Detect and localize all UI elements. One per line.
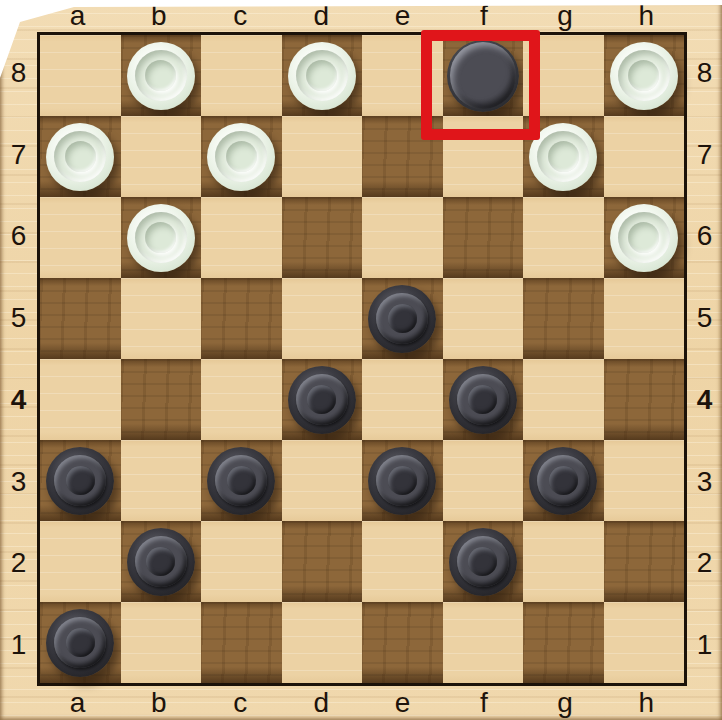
square-g2[interactable]	[523, 521, 604, 602]
black-man-b2[interactable]	[127, 528, 195, 596]
square-a4[interactable]	[40, 359, 121, 440]
file-label-a: a	[37, 686, 118, 720]
square-g8[interactable]	[523, 35, 604, 116]
file-label-d: d	[281, 0, 362, 32]
square-b7[interactable]	[121, 116, 202, 197]
square-h3[interactable]	[604, 440, 685, 521]
square-f3[interactable]	[443, 440, 524, 521]
file-label-h: h	[606, 0, 687, 32]
rank-label-5: 5	[687, 277, 722, 359]
square-g4[interactable]	[523, 359, 604, 440]
square-b2[interactable]	[121, 521, 202, 602]
file-label-b: b	[118, 0, 199, 32]
file-label-e: e	[362, 686, 443, 720]
square-c8[interactable]	[201, 35, 282, 116]
square-h1[interactable]	[604, 602, 685, 683]
square-c4[interactable]	[201, 359, 282, 440]
square-f5[interactable]	[443, 278, 524, 359]
white-man-c7[interactable]	[207, 123, 275, 191]
file-label-d: d	[281, 686, 362, 720]
rank-label-8: 8	[0, 32, 37, 114]
square-e8[interactable]	[362, 35, 443, 116]
square-a7[interactable]	[40, 116, 121, 197]
square-c2[interactable]	[201, 521, 282, 602]
rank-label-3: 3	[687, 441, 722, 523]
square-d2[interactable]	[282, 521, 363, 602]
rank-label-6: 6	[0, 196, 37, 278]
white-man-h6[interactable]	[610, 204, 678, 272]
rank-label-2: 2	[687, 523, 722, 605]
file-labels-bottom: abcdefgh	[37, 686, 687, 720]
checkers-board-grid	[37, 32, 687, 686]
white-man-g7[interactable]	[529, 123, 597, 191]
square-c1[interactable]	[201, 602, 282, 683]
file-label-b: b	[118, 686, 199, 720]
square-g5[interactable]	[523, 278, 604, 359]
square-c6[interactable]	[201, 197, 282, 278]
square-b1[interactable]	[121, 602, 202, 683]
black-man-c3[interactable]	[207, 447, 275, 515]
square-e6[interactable]	[362, 197, 443, 278]
black-man-e3[interactable]	[368, 447, 436, 515]
rank-label-6: 6	[687, 196, 722, 278]
rank-label-3: 3	[0, 441, 37, 523]
square-d3[interactable]	[282, 440, 363, 521]
black-man-a3[interactable]	[46, 447, 114, 515]
file-label-c: c	[200, 0, 281, 32]
square-e7[interactable]	[362, 116, 443, 197]
square-a5[interactable]	[40, 278, 121, 359]
black-man-g3[interactable]	[529, 447, 597, 515]
rank-labels-left: 87654321	[0, 32, 37, 686]
square-a3[interactable]	[40, 440, 121, 521]
square-c3[interactable]	[201, 440, 282, 521]
rank-label-5: 5	[0, 277, 37, 359]
rank-labels-right: 87654321	[687, 32, 722, 686]
white-man-b6[interactable]	[127, 204, 195, 272]
file-label-a: a	[37, 0, 118, 32]
square-g6[interactable]	[523, 197, 604, 278]
square-d7[interactable]	[282, 116, 363, 197]
square-h4[interactable]	[604, 359, 685, 440]
black-man-f4[interactable]	[449, 366, 517, 434]
square-f6[interactable]	[443, 197, 524, 278]
square-a1[interactable]	[40, 602, 121, 683]
black-man-f8[interactable]	[447, 40, 519, 112]
square-c5[interactable]	[201, 278, 282, 359]
square-d8[interactable]	[282, 35, 363, 116]
square-c7[interactable]	[201, 116, 282, 197]
square-a8[interactable]	[40, 35, 121, 116]
black-man-f2[interactable]	[449, 528, 517, 596]
file-label-g: g	[525, 0, 606, 32]
square-e2[interactable]	[362, 521, 443, 602]
white-man-a7[interactable]	[46, 123, 114, 191]
square-h2[interactable]	[604, 521, 685, 602]
square-b5[interactable]	[121, 278, 202, 359]
rank-label-4: 4	[687, 359, 722, 441]
square-f2[interactable]	[443, 521, 524, 602]
square-h7[interactable]	[604, 116, 685, 197]
square-d1[interactable]	[282, 602, 363, 683]
file-label-f: f	[443, 0, 524, 32]
square-e5[interactable]	[362, 278, 443, 359]
square-h8[interactable]	[604, 35, 685, 116]
rank-label-7: 7	[687, 114, 722, 196]
square-e4[interactable]	[362, 359, 443, 440]
rank-label-1: 1	[0, 604, 37, 686]
square-b8[interactable]	[121, 35, 202, 116]
file-label-e: e	[362, 0, 443, 32]
square-a6[interactable]	[40, 197, 121, 278]
white-man-d8[interactable]	[288, 42, 356, 110]
file-label-g: g	[525, 686, 606, 720]
rank-label-2: 2	[0, 523, 37, 605]
file-label-h: h	[606, 686, 687, 720]
square-e1[interactable]	[362, 602, 443, 683]
square-d5[interactable]	[282, 278, 363, 359]
rank-label-1: 1	[687, 604, 722, 686]
square-f1[interactable]	[443, 602, 524, 683]
black-man-e5[interactable]	[368, 285, 436, 353]
rank-label-8: 8	[687, 32, 722, 114]
file-label-c: c	[200, 686, 281, 720]
square-b6[interactable]	[121, 197, 202, 278]
black-man-d4[interactable]	[288, 366, 356, 434]
black-man-a1[interactable]	[46, 609, 114, 677]
square-g3[interactable]	[523, 440, 604, 521]
square-d6[interactable]	[282, 197, 363, 278]
file-labels-top: abcdefgh	[37, 0, 687, 32]
white-man-b8[interactable]	[127, 42, 195, 110]
white-man-h8[interactable]	[610, 42, 678, 110]
square-f8[interactable]	[443, 35, 524, 116]
square-e3[interactable]	[362, 440, 443, 521]
square-b4[interactable]	[121, 359, 202, 440]
square-h5[interactable]	[604, 278, 685, 359]
square-d4[interactable]	[282, 359, 363, 440]
rank-label-7: 7	[0, 114, 37, 196]
square-g7[interactable]	[523, 116, 604, 197]
square-a2[interactable]	[40, 521, 121, 602]
square-f7[interactable]	[443, 116, 524, 197]
square-h6[interactable]	[604, 197, 685, 278]
square-g1[interactable]	[523, 602, 604, 683]
square-f4[interactable]	[443, 359, 524, 440]
rank-label-4: 4	[0, 359, 37, 441]
checkers-app-window: abcdefgh 87654321 87654321 abcdefgh	[0, 0, 722, 720]
square-b3[interactable]	[121, 440, 202, 521]
file-label-f: f	[443, 686, 524, 720]
